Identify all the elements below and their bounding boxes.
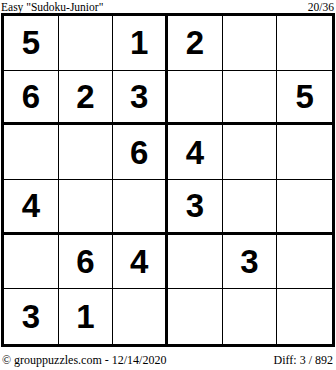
cell-r3c4[interactable]: 4 (168, 125, 223, 180)
cell-r2c5[interactable] (223, 71, 278, 126)
cell-r6c5[interactable] (223, 289, 278, 344)
cell-r3c2[interactable] (59, 125, 114, 180)
cell-r4c2[interactable] (59, 180, 114, 235)
cell-r1c1[interactable]: 5 (4, 16, 59, 71)
cell-r5c6[interactable] (277, 235, 332, 290)
cell-r1c5[interactable] (223, 16, 278, 71)
cell-r1c6[interactable] (277, 16, 332, 71)
cell-r5c1[interactable] (4, 235, 59, 290)
cell-r2c2[interactable]: 2 (59, 71, 114, 126)
cell-r6c1[interactable]: 3 (4, 289, 59, 344)
cell-r6c6[interactable] (277, 289, 332, 344)
cell-r6c3[interactable] (113, 289, 168, 344)
cell-r3c3[interactable]: 6 (113, 125, 168, 180)
cell-r5c3[interactable]: 4 (113, 235, 168, 290)
cell-r4c1[interactable]: 4 (4, 180, 59, 235)
cell-r6c4[interactable] (168, 289, 223, 344)
cell-r2c6[interactable]: 5 (277, 71, 332, 126)
puzzle-title: Easy "Sudoku-Junior" (1, 1, 103, 13)
difficulty-text: Diff: 3 / 892 (274, 354, 333, 367)
cell-r3c6[interactable] (277, 125, 332, 180)
cell-r4c4[interactable]: 3 (168, 180, 223, 235)
cell-r1c4[interactable]: 2 (168, 16, 223, 71)
cell-r4c6[interactable] (277, 180, 332, 235)
cell-r1c3[interactable]: 1 (113, 16, 168, 71)
cell-r5c5[interactable]: 3 (223, 235, 278, 290)
cell-r2c1[interactable]: 6 (4, 71, 59, 126)
cell-r2c3[interactable]: 3 (113, 71, 168, 126)
cell-r4c5[interactable] (223, 180, 278, 235)
page-footer: © grouppuzzles.com - 12/14/2020 Diff: 3 … (0, 347, 336, 367)
cell-r3c1[interactable] (4, 125, 59, 180)
cell-r5c4[interactable] (168, 235, 223, 290)
cell-r1c2[interactable] (59, 16, 114, 71)
sudoku-board: 5126235644364331 (1, 13, 335, 347)
cell-r6c2[interactable]: 1 (59, 289, 114, 344)
copyright-text: © grouppuzzles.com - 12/14/2020 (2, 354, 166, 367)
page-header: Easy "Sudoku-Junior" 20/36 (0, 0, 336, 13)
cell-r4c3[interactable] (113, 180, 168, 235)
cell-r3c5[interactable] (223, 125, 278, 180)
empty-cell-counter: 20/36 (308, 1, 334, 13)
cell-r5c2[interactable]: 6 (59, 235, 114, 290)
cell-r2c4[interactable] (168, 71, 223, 126)
